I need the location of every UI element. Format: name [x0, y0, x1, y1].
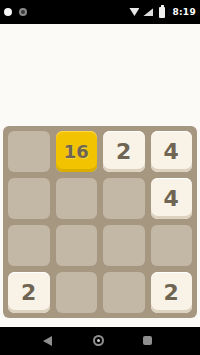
cell-r2c1: [8, 178, 50, 219]
wifi-icon: [129, 8, 139, 16]
tile-4: 4: [151, 178, 193, 219]
cell-r1c4: 4: [151, 131, 193, 172]
cell-r4c3: [103, 272, 145, 313]
tile-16: 16: [56, 131, 98, 172]
notification-ring-icon: [19, 8, 27, 16]
cell-signal-icon: [143, 8, 153, 16]
cell-r2c4: 4: [151, 178, 193, 219]
status-bar: 8:19: [0, 0, 200, 24]
back-icon[interactable]: [43, 336, 52, 346]
cell-r1c1: [8, 131, 50, 172]
cell-r4c2: [56, 272, 98, 313]
tile-2: 2: [8, 272, 50, 313]
cell-r1c2: 16: [56, 131, 98, 172]
tile-4: 4: [151, 131, 193, 172]
game-screen: 1624422 SCOREH.SCORE: [0, 24, 200, 327]
cell-r3c3: [103, 225, 145, 266]
cell-r2c3: [103, 178, 145, 219]
board[interactable]: 1624422: [3, 126, 197, 318]
tile-2: 2: [151, 272, 193, 313]
notification-dot-icon: [4, 8, 12, 16]
cell-r1c3: 2: [103, 131, 145, 172]
cell-r3c1: [8, 225, 50, 266]
cell-r3c2: [56, 225, 98, 266]
cell-r4c1: 2: [8, 272, 50, 313]
home-icon[interactable]: [93, 335, 104, 346]
status-time: 8:19: [172, 7, 196, 17]
cell-r4c4: 2: [151, 272, 193, 313]
tile-2: 2: [103, 131, 145, 172]
cell-r2c2: [56, 178, 98, 219]
navigation-bar: [0, 327, 200, 355]
battery-icon: [159, 7, 165, 18]
cell-r3c4: [151, 225, 193, 266]
recents-icon[interactable]: [143, 336, 152, 345]
